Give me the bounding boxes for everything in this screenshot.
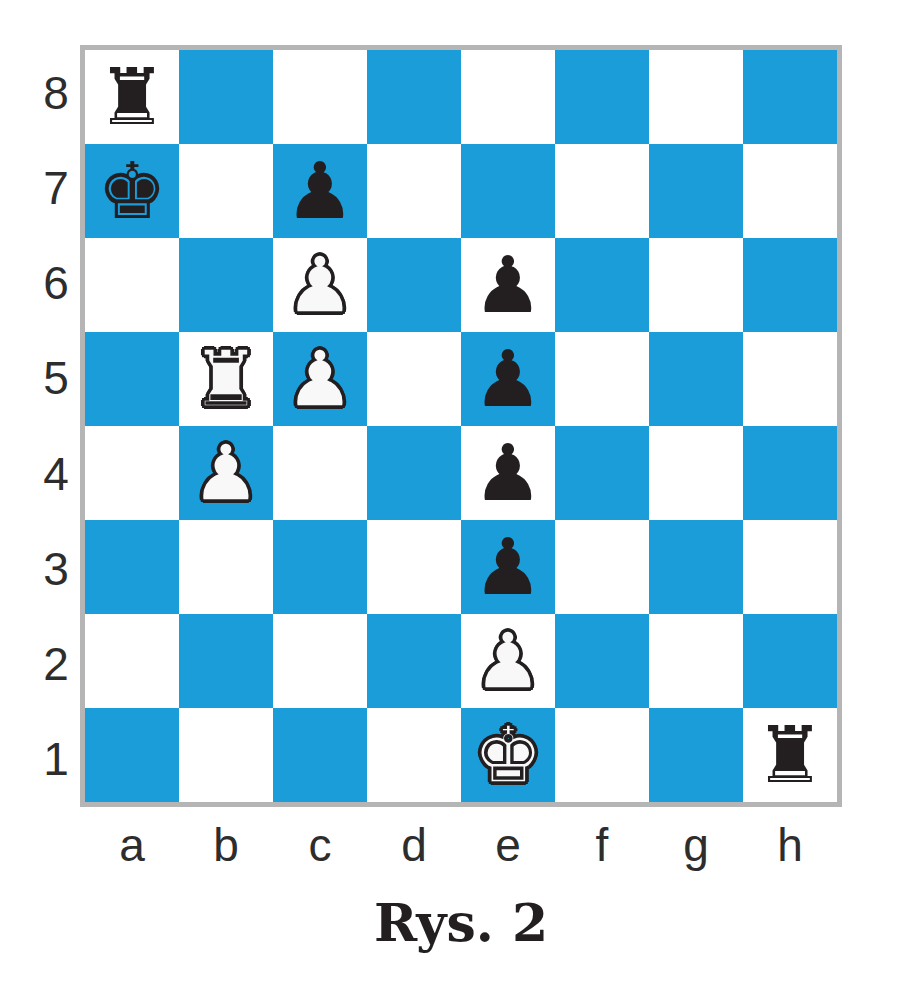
- square-d6[interactable]: [367, 238, 461, 332]
- file-label-e: e: [461, 816, 555, 874]
- square-d7[interactable]: [367, 144, 461, 238]
- square-d5[interactable]: [367, 332, 461, 426]
- square-f2[interactable]: [555, 614, 649, 708]
- square-d2[interactable]: [367, 614, 461, 708]
- square-d8[interactable]: [367, 50, 461, 144]
- square-h2[interactable]: [743, 614, 837, 708]
- square-h3[interactable]: [743, 520, 837, 614]
- white-pawn-icon: ♟: [191, 434, 261, 512]
- square-h1[interactable]: ♜: [743, 708, 837, 802]
- square-c8[interactable]: [273, 50, 367, 144]
- black-rook-icon: ♜: [97, 58, 167, 136]
- square-g5[interactable]: [649, 332, 743, 426]
- chess-board: ♜♚♟♟♟♜♟♟♟♟♟♟♚♜: [80, 45, 842, 807]
- square-g7[interactable]: [649, 144, 743, 238]
- file-labels: abcdefgh: [85, 816, 837, 874]
- square-d4[interactable]: [367, 426, 461, 520]
- square-h6[interactable]: [743, 238, 837, 332]
- white-rook-icon: ♜: [191, 340, 261, 418]
- square-c7[interactable]: ♟: [273, 144, 367, 238]
- square-g3[interactable]: [649, 520, 743, 614]
- black-pawn-icon: ♟: [473, 340, 543, 418]
- square-b8[interactable]: [179, 50, 273, 144]
- square-g6[interactable]: [649, 238, 743, 332]
- black-king-icon: ♚: [97, 152, 167, 230]
- square-b7[interactable]: [179, 144, 273, 238]
- square-e5[interactable]: ♟: [461, 332, 555, 426]
- white-pawn-icon: ♟: [285, 246, 355, 324]
- file-label-a: a: [85, 816, 179, 874]
- figure-caption: Rys. 2: [80, 882, 842, 962]
- black-rook-icon: ♜: [755, 716, 825, 794]
- square-a4[interactable]: [85, 426, 179, 520]
- square-f7[interactable]: [555, 144, 649, 238]
- square-b4[interactable]: ♟: [179, 426, 273, 520]
- square-c2[interactable]: [273, 614, 367, 708]
- square-c6[interactable]: ♟: [273, 238, 367, 332]
- square-f6[interactable]: [555, 238, 649, 332]
- square-e2[interactable]: ♟: [461, 614, 555, 708]
- square-b5[interactable]: ♜: [179, 332, 273, 426]
- square-c3[interactable]: [273, 520, 367, 614]
- square-e1[interactable]: ♚: [461, 708, 555, 802]
- square-g2[interactable]: [649, 614, 743, 708]
- square-b6[interactable]: [179, 238, 273, 332]
- square-h4[interactable]: [743, 426, 837, 520]
- square-d3[interactable]: [367, 520, 461, 614]
- square-e6[interactable]: ♟: [461, 238, 555, 332]
- square-e8[interactable]: [461, 50, 555, 144]
- black-pawn-icon: ♟: [473, 528, 543, 606]
- square-g1[interactable]: [649, 708, 743, 802]
- black-pawn-icon: ♟: [285, 152, 355, 230]
- square-e4[interactable]: ♟: [461, 426, 555, 520]
- file-label-d: d: [367, 816, 461, 874]
- square-h7[interactable]: [743, 144, 837, 238]
- square-f1[interactable]: [555, 708, 649, 802]
- square-a6[interactable]: [85, 238, 179, 332]
- square-g8[interactable]: [649, 50, 743, 144]
- square-h5[interactable]: [743, 332, 837, 426]
- square-b2[interactable]: [179, 614, 273, 708]
- square-f4[interactable]: [555, 426, 649, 520]
- square-a2[interactable]: [85, 614, 179, 708]
- square-f8[interactable]: [555, 50, 649, 144]
- file-label-c: c: [273, 816, 367, 874]
- square-g4[interactable]: [649, 426, 743, 520]
- square-b3[interactable]: [179, 520, 273, 614]
- square-a8[interactable]: ♜: [85, 50, 179, 144]
- square-e7[interactable]: [461, 144, 555, 238]
- square-f5[interactable]: [555, 332, 649, 426]
- white-king-icon: ♚: [473, 716, 543, 794]
- square-c1[interactable]: [273, 708, 367, 802]
- file-label-g: g: [649, 816, 743, 874]
- black-pawn-icon: ♟: [473, 246, 543, 324]
- file-label-h: h: [743, 816, 837, 874]
- square-d1[interactable]: [367, 708, 461, 802]
- white-pawn-icon: ♟: [473, 622, 543, 700]
- square-f3[interactable]: [555, 520, 649, 614]
- square-a7[interactable]: ♚: [85, 144, 179, 238]
- square-a1[interactable]: [85, 708, 179, 802]
- black-pawn-icon: ♟: [473, 434, 543, 512]
- square-c4[interactable]: [273, 426, 367, 520]
- square-a5[interactable]: [85, 332, 179, 426]
- square-e3[interactable]: ♟: [461, 520, 555, 614]
- file-label-f: f: [555, 816, 649, 874]
- square-a3[interactable]: [85, 520, 179, 614]
- square-c5[interactable]: ♟: [273, 332, 367, 426]
- white-pawn-icon: ♟: [285, 340, 355, 418]
- file-label-b: b: [179, 816, 273, 874]
- square-h8[interactable]: [743, 50, 837, 144]
- square-b1[interactable]: [179, 708, 273, 802]
